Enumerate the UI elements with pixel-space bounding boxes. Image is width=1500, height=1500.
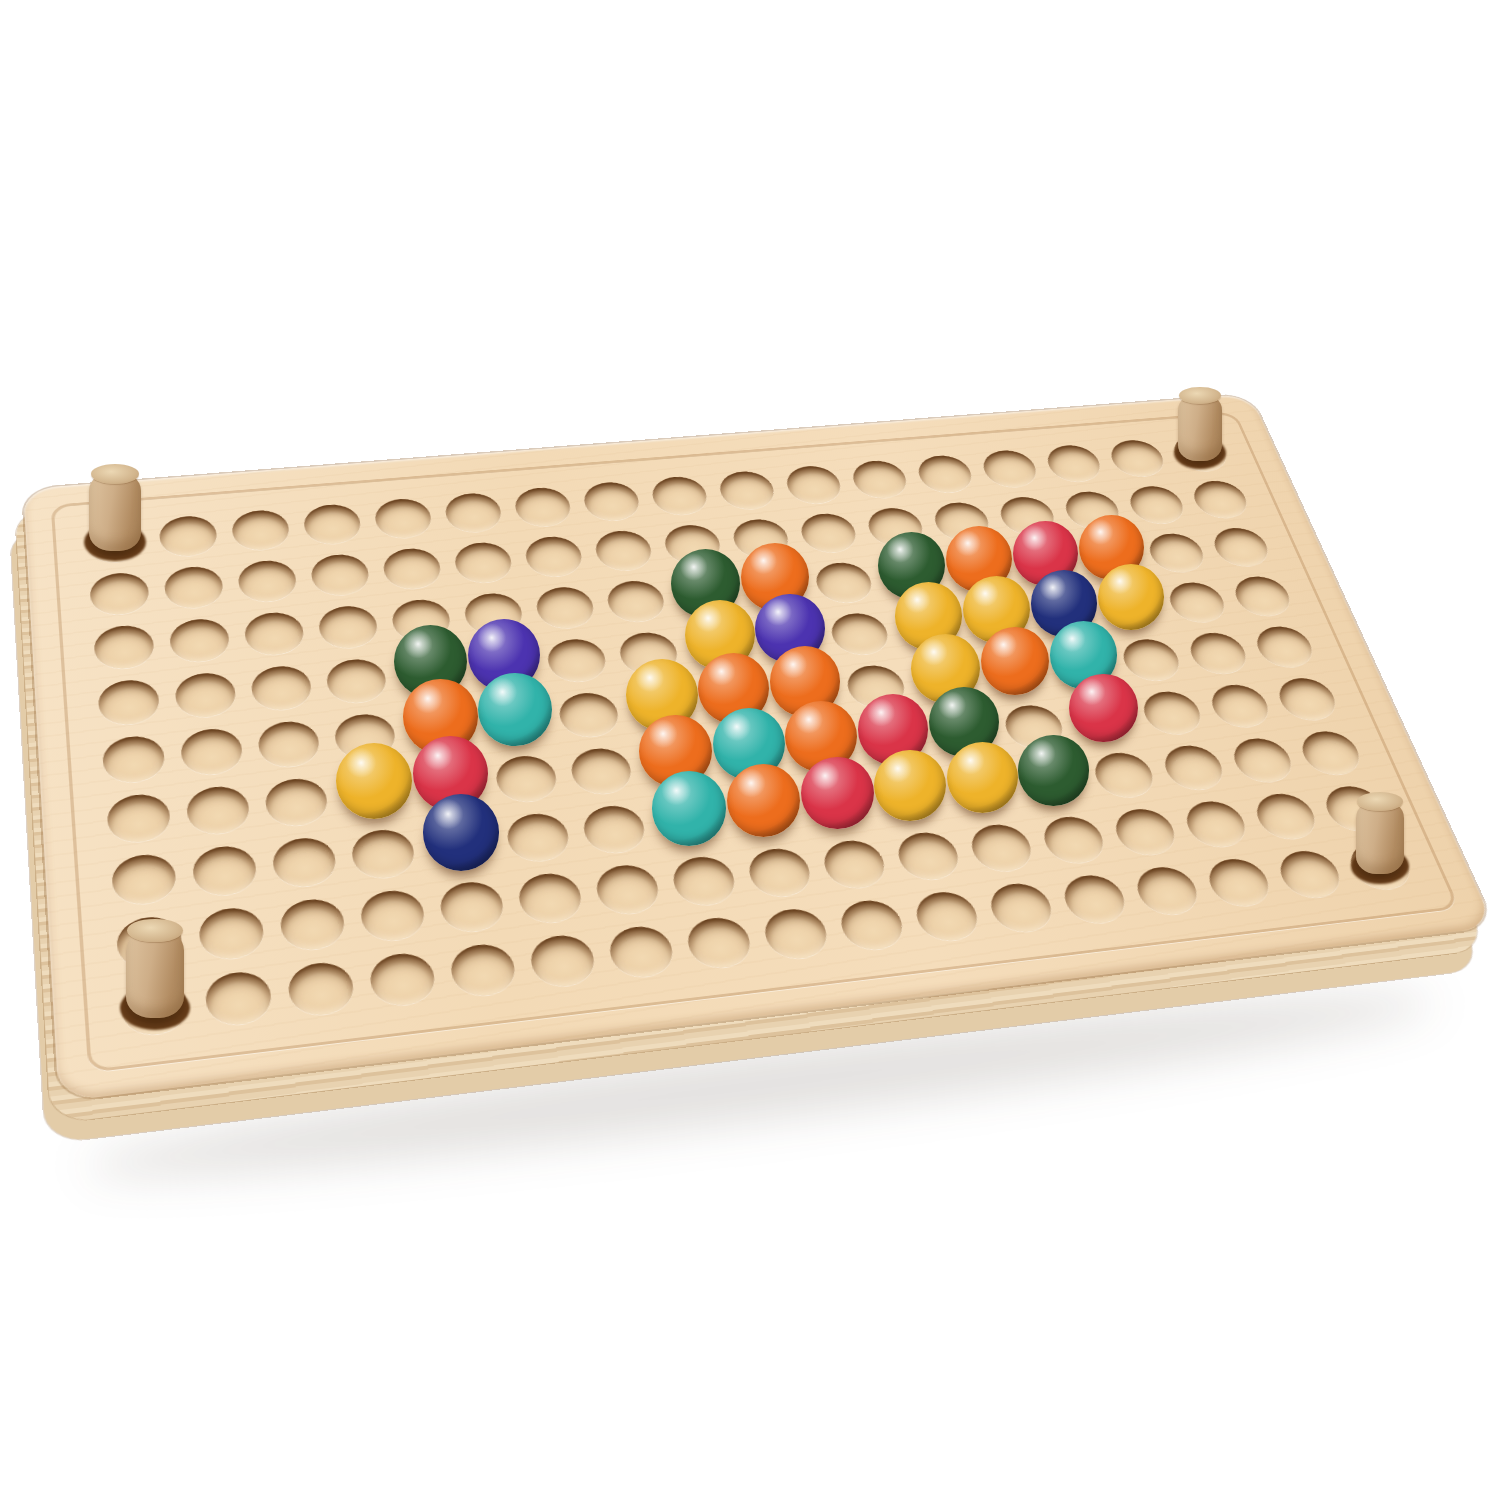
hole-recess [1250,791,1322,841]
hole-recess [120,978,190,1037]
hole-recess [604,579,669,624]
hole-recess [744,846,815,899]
hole-recess [895,605,962,650]
board-hole[interactable] [176,777,261,845]
hole-recess [1144,532,1210,574]
hole-recess [85,520,146,564]
hole-recess [302,503,363,546]
hole-recess [544,637,609,684]
hole-recess [648,475,711,517]
hole-recess [616,630,682,677]
board-hole[interactable] [572,475,652,529]
board-hole[interactable] [453,585,535,644]
board-hole[interactable] [372,540,453,597]
hole-recess [527,933,598,990]
hole-recess [163,565,225,610]
board-hole[interactable] [640,469,720,523]
board-hole[interactable] [417,812,505,880]
board-hole[interactable] [398,698,483,762]
board-hole[interactable] [546,684,632,747]
hole-recess [372,497,434,540]
board-hole[interactable] [357,943,448,1017]
hole-recess [493,753,561,804]
board-hole[interactable] [607,624,691,684]
board-hole[interactable] [84,617,165,678]
hole-recess [966,822,1038,874]
board-hole[interactable] [503,480,583,534]
hole-recess [316,604,380,650]
hole-recess [963,599,1030,644]
hole-recess [1250,624,1319,669]
board-hole[interactable] [194,961,284,1037]
hole-recess [1089,750,1160,799]
hole-recess [803,780,873,831]
hole-recess [1180,799,1252,850]
hole-recess [580,803,649,855]
hole-recess [757,618,823,664]
board-hole[interactable] [483,746,570,811]
hole-recess [580,480,642,522]
hole-recess [859,717,928,766]
hole-recess [1069,696,1138,744]
hole-recess [1208,526,1274,568]
hole-recess [174,671,238,720]
hole-recess [1131,864,1204,917]
hole-recess [1202,856,1276,909]
hole-recess [715,731,783,781]
hole-recess [827,611,893,657]
hole-recess [787,724,856,773]
hole-recess [929,710,998,758]
board-hole[interactable] [221,502,300,558]
hole-recess [1018,758,1089,808]
hole-recess [1205,683,1275,730]
hole-recess [1060,490,1125,531]
board-hole[interactable] [268,889,357,961]
hole-recess [1031,593,1098,638]
board-hole[interactable] [632,732,720,796]
board-hole[interactable] [582,855,672,925]
hole-recess [772,670,839,717]
hole-recess [101,734,166,785]
board-hole[interactable] [101,844,187,915]
board-hole[interactable] [315,650,398,712]
hole-recess [110,852,177,907]
hole-recess [913,454,976,495]
hole-recess [556,691,623,740]
hole-recess [408,705,474,754]
hole-recess [1184,631,1253,676]
board-hole[interactable] [517,925,609,998]
hole-recess [641,739,709,789]
hole-recess [743,567,808,611]
hole-recess [332,712,398,762]
hole-recess [985,881,1058,935]
bead-board [23,394,1495,1102]
hole-recess [930,501,994,543]
board-hole[interactable] [645,788,734,855]
board-hole[interactable] [76,514,154,571]
board-hole[interactable] [261,828,348,898]
hole-recess [729,788,799,839]
board-hole[interactable] [558,739,645,804]
hole-recess [1229,574,1297,618]
hole-recess [655,795,724,847]
board-hole[interactable] [170,719,254,784]
board-hole[interactable] [570,796,659,863]
board-hole[interactable] [438,934,529,1008]
hole-recess [683,915,755,971]
hole-recess [1078,537,1144,580]
hole-recess [191,844,259,899]
hole-recess [819,838,890,891]
board-hole[interactable] [88,671,170,734]
hole-recess [89,571,151,617]
board-hole[interactable] [389,644,472,705]
hole-recess [592,529,655,572]
hole-recess [797,512,861,555]
board-hole[interactable] [323,705,408,769]
hole-recess [482,698,548,747]
hole-recess [1227,736,1298,785]
hole-recess [995,495,1060,537]
board-hole[interactable] [276,952,367,1027]
hole-recess [811,561,876,605]
board-hole[interactable] [524,579,607,637]
hole-recess [782,464,845,505]
hole-recess [341,769,408,821]
board-hole[interactable] [331,761,417,827]
hole-recess [701,677,768,725]
hole-recess [836,898,909,953]
hole-recess [1058,873,1131,927]
hole-recess [270,835,338,889]
hole-recess [1105,438,1169,478]
hole-recess [628,684,695,732]
hole-recess [893,830,964,882]
hole-recess [947,765,1017,815]
hole-recess [912,657,980,704]
hole-recess [204,969,274,1028]
hole-recess [875,773,945,824]
hole-recess [1042,444,1106,484]
hole-recess [1272,676,1342,723]
board-hole[interactable] [293,497,372,553]
hole-recess [367,951,438,1009]
board-hole[interactable] [535,630,619,690]
hole-recess [512,486,574,528]
hole-recess [1319,784,1392,834]
hole-recess [452,541,515,585]
board-hole[interactable] [307,597,389,657]
board-hole[interactable] [408,754,494,820]
hole-recess [981,650,1049,696]
board-hole[interactable] [300,546,380,604]
hole-recess [417,761,484,812]
hole-recess [567,746,635,796]
hole-recess [504,811,573,864]
hole-recess [1049,644,1117,690]
hole-recess [1117,637,1185,683]
board-hole[interactable] [505,863,595,933]
hole-recess [263,776,330,828]
board-hole[interactable] [364,491,443,546]
board-hole[interactable] [149,508,227,564]
board-hole[interactable] [234,604,315,664]
board-hole[interactable] [240,657,323,719]
board-hole[interactable] [595,573,678,631]
hole-recess [1273,848,1347,900]
hole-recess [158,514,219,558]
board-hole[interactable] [159,610,240,671]
board-hole[interactable] [254,769,340,836]
hole-recess [1013,543,1079,586]
hole-recess [427,819,496,872]
hole-recess [1168,433,1232,472]
hole-recess [398,650,463,698]
hole-recess [437,879,507,934]
hole-recess [462,591,526,637]
hole-recess [278,896,347,952]
hole-recess [946,549,1012,592]
board-hole[interactable] [181,836,268,906]
hole-recess [1188,479,1253,520]
hole-recess [1038,814,1110,866]
hole-recess [185,784,251,837]
board-hole[interactable] [106,906,194,980]
hole-recess [606,924,678,980]
hole-recess [1163,580,1230,624]
board-hole[interactable] [583,523,665,579]
hole-recess [442,491,504,534]
hole-recess [533,585,597,630]
hole-recess [1124,484,1189,525]
board-hole[interactable] [595,916,687,988]
board-hole[interactable] [110,970,200,1046]
board-hole[interactable] [434,485,514,540]
board-hole[interactable] [96,785,181,853]
hole-recess [661,523,725,566]
hole-recess [197,905,266,962]
hole-recess [115,914,183,971]
hole-recess [978,449,1042,489]
board-hole[interactable] [473,691,558,754]
hole-recess [848,459,911,500]
hole-recess [324,657,389,705]
hole-recess [358,888,427,944]
hole-recess [863,506,927,548]
hole-recess [911,889,984,943]
board-hole[interactable] [494,804,582,872]
hole-recess [760,906,832,961]
board-hole[interactable] [619,677,705,739]
board-hole[interactable] [339,820,427,889]
hole-recess [236,559,298,604]
hole-recess [999,703,1068,751]
hole-recess [286,960,356,1018]
hole-recess [349,827,417,881]
hole-recess [243,610,306,657]
hole-recess [381,547,444,591]
hole-recess [687,624,753,670]
board-hole[interactable] [427,872,517,943]
hole-recess [674,573,739,618]
board-hole[interactable] [443,534,524,591]
hole-recess [256,719,321,769]
board-hole[interactable] [154,558,234,616]
hole-recess [179,726,244,777]
hole-recess [669,854,740,908]
board-hole[interactable] [380,591,462,650]
hole-recess [1295,729,1366,777]
hole-recess [1137,689,1207,736]
hole-recess [515,871,585,926]
hole-recess [592,862,662,916]
hole-recess [93,624,156,671]
hole-recess [106,792,172,845]
hole-recess [729,517,793,560]
hole-recess [230,508,291,552]
hole-recess [168,617,231,664]
hole-recess [389,598,453,644]
board-hole[interactable] [247,712,331,777]
board-hole[interactable] [462,637,546,698]
hole-recess [249,664,313,712]
board-hole[interactable] [92,727,175,793]
hole-recess [522,535,585,579]
hole-recess [472,644,537,691]
hole-recess [448,942,519,999]
board-hole[interactable] [80,565,159,624]
hole-recess [97,678,161,727]
board-hole[interactable] [348,880,437,952]
hole-recess [1109,806,1181,857]
product-photo-stage [0,0,1500,1500]
hole-recess [1158,743,1229,792]
hole-recess [1343,840,1417,892]
board-hole[interactable] [165,664,247,727]
hole-recess [716,470,779,511]
board-hole[interactable] [513,529,594,585]
hole-recess [1097,586,1164,630]
board-hole[interactable] [228,552,308,610]
hole-recess [309,553,371,598]
hole-recess [879,555,944,599]
board-hole[interactable] [187,897,275,970]
hole-recess [842,663,910,710]
